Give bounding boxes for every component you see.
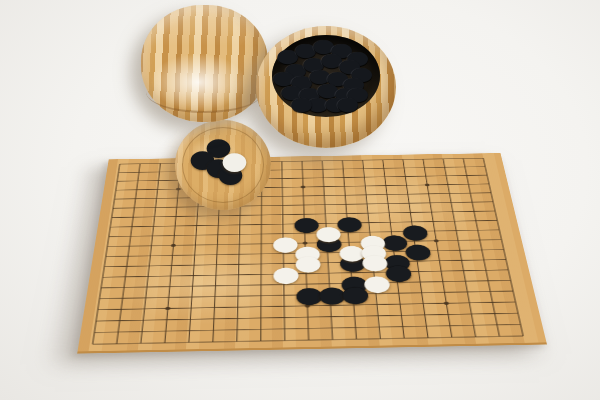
hoshi-point <box>301 186 306 189</box>
hoshi-point <box>303 242 308 245</box>
bowl-lid-seam <box>146 71 263 113</box>
hoshi-point <box>444 302 450 305</box>
bowl-cavity: ●●●●●●●●●●●●●●●●●●●●●●●● <box>272 35 380 117</box>
hoshi-point <box>165 307 170 310</box>
board-grid <box>93 158 524 344</box>
lid-tray: ●●●●● <box>175 120 271 210</box>
hoshi-point <box>434 239 439 242</box>
bowl-black-stone: ● <box>336 97 356 111</box>
open-stone-bowl: ●●●●●●●●●●●●●●●●●●●●●●●● <box>256 26 396 148</box>
hoshi-point <box>425 184 430 187</box>
hoshi-point <box>176 188 181 191</box>
lid-white-stone: ● <box>221 150 245 169</box>
go-board: ●●●●●●●●●●●●●●●●●●●●●●● <box>77 153 547 354</box>
closed-stone-bowl <box>141 5 268 122</box>
go-set-product-photo: ●●●●●●●●●●●●●●●●●●●●●●● ●●●●● ●●●●●●●●●●… <box>0 0 600 400</box>
hoshi-point <box>171 244 176 247</box>
bowl-black-stone: ● <box>290 97 310 111</box>
hoshi-point <box>305 304 310 307</box>
